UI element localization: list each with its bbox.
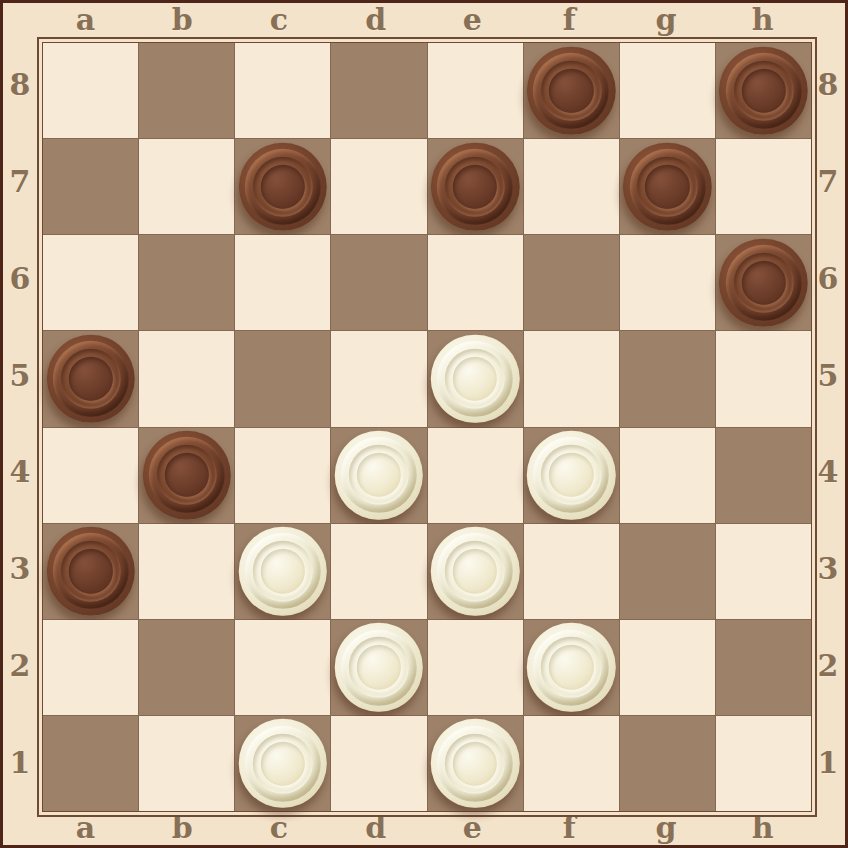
square-a7[interactable] (43, 139, 138, 234)
file-labels-top: abcdefgh (37, 3, 811, 37)
checker-dome (68, 357, 112, 401)
rank-label-3-left: 3 (3, 521, 37, 618)
square-f6[interactable] (524, 235, 619, 330)
file-label-f-top: f (521, 3, 618, 37)
square-f4[interactable]: ⛀ (524, 428, 619, 523)
checker-light-e1[interactable]: ⛀ (431, 719, 519, 807)
checker-dome (453, 549, 497, 593)
square-d3[interactable] (331, 524, 426, 619)
square-h6[interactable]: ⛂ (716, 235, 811, 330)
checker-dome (549, 453, 593, 497)
checker-dome (549, 68, 593, 112)
checker-light-d4[interactable]: ⛀ (335, 431, 423, 519)
checker-light-c1[interactable]: ⛀ (239, 719, 327, 807)
square-f3[interactable] (524, 524, 619, 619)
square-h4[interactable] (716, 428, 811, 523)
rank-label-7-left: 7 (3, 134, 37, 231)
checker-dome (741, 68, 785, 112)
file-label-d-top: d (327, 3, 424, 37)
file-label-e-top: e (424, 3, 521, 37)
checker-dome (357, 645, 401, 689)
rank-label-8-left: 8 (3, 37, 37, 134)
square-d5[interactable] (331, 331, 426, 426)
checker-light-c3[interactable]: ⛀ (239, 527, 327, 615)
board-frame: ⛂⛂⛂⛂⛂⛂⛂⛀⛂⛀⛀⛂⛀⛀⛀⛀⛀⛀ (37, 37, 817, 817)
square-b4[interactable]: ⛂ (139, 428, 234, 523)
checker-dome (453, 165, 497, 209)
checker-light-f4[interactable]: ⛀ (527, 431, 615, 519)
checker-dark-g7[interactable]: ⛂ (623, 142, 711, 230)
file-label-a-top: a (37, 3, 134, 37)
checker-dome (645, 165, 689, 209)
checker-dome (261, 549, 305, 593)
square-c2[interactable] (235, 620, 330, 715)
checker-dome (453, 741, 497, 785)
square-h2[interactable] (716, 620, 811, 715)
square-a4[interactable] (43, 428, 138, 523)
square-c6[interactable] (235, 235, 330, 330)
square-a2[interactable] (43, 620, 138, 715)
checker-dark-h6[interactable]: ⛂ (719, 239, 807, 327)
square-g1[interactable] (620, 716, 715, 811)
square-g3[interactable] (620, 524, 715, 619)
square-c7[interactable]: ⛂ (235, 139, 330, 234)
square-e2[interactable] (428, 620, 523, 715)
square-c1[interactable]: ⛀ (235, 716, 330, 811)
checker-dome (549, 645, 593, 689)
square-c4[interactable] (235, 428, 330, 523)
square-a1[interactable] (43, 716, 138, 811)
checkers-app-window: abcdefgh abcdefgh 87654321 87654321 ⛂⛂⛂⛂… (0, 0, 848, 848)
square-h7[interactable] (716, 139, 811, 234)
checker-dome (165, 453, 209, 497)
square-d4[interactable]: ⛀ (331, 428, 426, 523)
square-d2[interactable]: ⛀ (331, 620, 426, 715)
square-g7[interactable]: ⛂ (620, 139, 715, 234)
square-c5[interactable] (235, 331, 330, 426)
rank-label-2-left: 2 (3, 618, 37, 715)
checker-light-e5[interactable]: ⛀ (431, 335, 519, 423)
square-e5[interactable]: ⛀ (428, 331, 523, 426)
square-f5[interactable] (524, 331, 619, 426)
rank-labels-left: 87654321 (3, 37, 37, 811)
square-g5[interactable] (620, 331, 715, 426)
file-label-h-top: h (714, 3, 811, 37)
square-e8[interactable] (428, 43, 523, 138)
square-h3[interactable] (716, 524, 811, 619)
square-b6[interactable] (139, 235, 234, 330)
square-a8[interactable] (43, 43, 138, 138)
square-b2[interactable] (139, 620, 234, 715)
square-h1[interactable] (716, 716, 811, 811)
square-e1[interactable]: ⛀ (428, 716, 523, 811)
file-label-b-top: b (134, 3, 231, 37)
checker-dome (453, 357, 497, 401)
square-b3[interactable] (139, 524, 234, 619)
checker-dome (261, 741, 305, 785)
square-a5[interactable]: ⛂ (43, 331, 138, 426)
square-b1[interactable] (139, 716, 234, 811)
square-h8[interactable]: ⛂ (716, 43, 811, 138)
square-a6[interactable] (43, 235, 138, 330)
square-g2[interactable] (620, 620, 715, 715)
square-e3[interactable]: ⛀ (428, 524, 523, 619)
square-d6[interactable] (331, 235, 426, 330)
square-e6[interactable] (428, 235, 523, 330)
file-label-g-top: g (618, 3, 715, 37)
square-e7[interactable]: ⛂ (428, 139, 523, 234)
square-d8[interactable] (331, 43, 426, 138)
square-f2[interactable]: ⛀ (524, 620, 619, 715)
square-b5[interactable] (139, 331, 234, 426)
square-g4[interactable] (620, 428, 715, 523)
square-b7[interactable] (139, 139, 234, 234)
square-g6[interactable] (620, 235, 715, 330)
square-d7[interactable] (331, 139, 426, 234)
rank-label-1-left: 1 (3, 714, 37, 811)
square-a3[interactable]: ⛂ (43, 524, 138, 619)
checker-dome (68, 549, 112, 593)
checkers-board: ⛂⛂⛂⛂⛂⛂⛂⛀⛂⛀⛀⛂⛀⛀⛀⛀⛀⛀ (42, 42, 812, 812)
square-c8[interactable] (235, 43, 330, 138)
checker-dark-e7[interactable]: ⛂ (431, 142, 519, 230)
checker-dark-c7[interactable]: ⛂ (239, 142, 327, 230)
checker-dome (741, 261, 785, 305)
square-f7[interactable] (524, 139, 619, 234)
checker-dark-a3[interactable]: ⛂ (46, 527, 134, 615)
checker-dome (261, 165, 305, 209)
square-b8[interactable] (139, 43, 234, 138)
file-label-c-top: c (231, 3, 328, 37)
square-h5[interactable] (716, 331, 811, 426)
checker-dark-f8[interactable]: ⛂ (527, 46, 615, 134)
square-d1[interactable] (331, 716, 426, 811)
square-c3[interactable]: ⛀ (235, 524, 330, 619)
checker-light-f2[interactable]: ⛀ (527, 623, 615, 711)
rank-label-6-left: 6 (3, 231, 37, 328)
square-e4[interactable] (428, 428, 523, 523)
checker-light-d2[interactable]: ⛀ (335, 623, 423, 711)
rank-label-5-left: 5 (3, 327, 37, 424)
checker-dark-b4[interactable]: ⛂ (142, 431, 230, 519)
square-f1[interactable] (524, 716, 619, 811)
checker-dome (357, 453, 401, 497)
square-f8[interactable]: ⛂ (524, 43, 619, 138)
rank-label-4-left: 4 (3, 424, 37, 521)
checker-dark-a5[interactable]: ⛂ (46, 335, 134, 423)
checker-dark-h8[interactable]: ⛂ (719, 46, 807, 134)
square-g8[interactable] (620, 43, 715, 138)
checker-light-e3[interactable]: ⛀ (431, 527, 519, 615)
